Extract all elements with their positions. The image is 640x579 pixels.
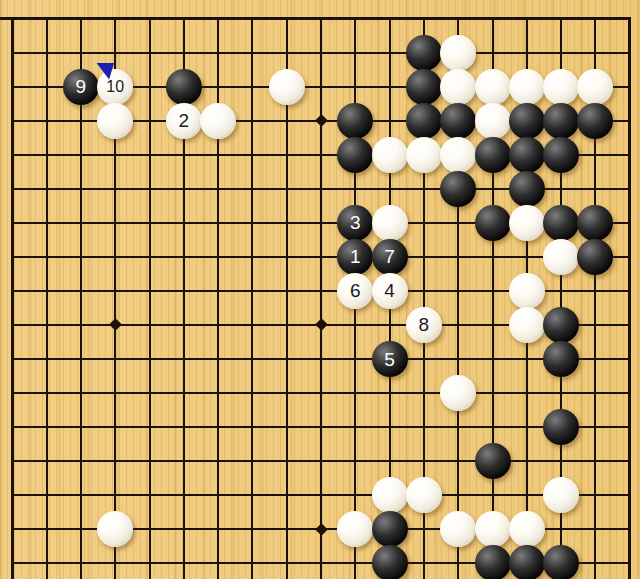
- stone-black[interactable]: [440, 103, 476, 139]
- grid-horizontal-line: [11, 256, 631, 258]
- stone-black[interactable]: [406, 35, 442, 71]
- star-point: [315, 319, 328, 332]
- stone-white[interactable]: [440, 69, 476, 105]
- go-board[interactable]: 91023176485: [0, 0, 640, 579]
- stone-white-move-4[interactable]: 4: [372, 273, 408, 309]
- stone-white[interactable]: [440, 137, 476, 173]
- stone-white-move-6[interactable]: 6: [337, 273, 373, 309]
- stone-white[interactable]: [406, 477, 442, 513]
- stone-black[interactable]: [372, 511, 408, 547]
- stone-white[interactable]: [543, 477, 579, 513]
- stone-black[interactable]: [543, 409, 579, 445]
- stone-black[interactable]: [543, 137, 579, 173]
- stone-white[interactable]: [440, 511, 476, 547]
- move-number-label: 6: [350, 281, 361, 300]
- grid-horizontal-line: [11, 52, 631, 54]
- stone-black[interactable]: [509, 545, 545, 579]
- stone-white[interactable]: [509, 511, 545, 547]
- stone-black[interactable]: [543, 103, 579, 139]
- stone-black-move-3[interactable]: 3: [337, 205, 373, 241]
- move-number-label: 4: [384, 281, 395, 300]
- stone-black-move-9[interactable]: 9: [63, 69, 99, 105]
- grid-horizontal-line: [11, 460, 631, 462]
- stone-white-move-8[interactable]: 8: [406, 307, 442, 343]
- star-point: [315, 114, 328, 127]
- stone-black[interactable]: [543, 307, 579, 343]
- stone-white-move-10[interactable]: 10: [97, 69, 133, 105]
- stone-white[interactable]: [509, 69, 545, 105]
- stone-white[interactable]: [475, 69, 511, 105]
- stone-black[interactable]: [475, 545, 511, 579]
- stone-black[interactable]: [406, 69, 442, 105]
- stone-white[interactable]: [543, 69, 579, 105]
- stone-black[interactable]: [372, 545, 408, 579]
- move-number-label: 3: [350, 213, 361, 232]
- stone-white[interactable]: [475, 103, 511, 139]
- stone-black[interactable]: [440, 171, 476, 207]
- stone-white[interactable]: [337, 511, 373, 547]
- grid-horizontal-line: [11, 494, 631, 496]
- move-number-label: 1: [350, 247, 361, 266]
- stone-white[interactable]: [372, 137, 408, 173]
- move-number-label: 9: [76, 77, 87, 96]
- stone-black[interactable]: [509, 137, 545, 173]
- stone-black[interactable]: [337, 103, 373, 139]
- stone-black[interactable]: [406, 103, 442, 139]
- stone-white[interactable]: [440, 375, 476, 411]
- stone-black[interactable]: [166, 69, 202, 105]
- stone-black[interactable]: [337, 137, 373, 173]
- grid-horizontal-line: [11, 358, 631, 360]
- move-number-label: 7: [384, 247, 395, 266]
- stone-black[interactable]: [475, 205, 511, 241]
- stone-black[interactable]: [543, 341, 579, 377]
- stone-black[interactable]: [577, 103, 613, 139]
- stone-white[interactable]: [577, 69, 613, 105]
- stone-white[interactable]: [97, 511, 133, 547]
- stone-black[interactable]: [475, 137, 511, 173]
- stone-white-move-2[interactable]: 2: [166, 103, 202, 139]
- move-number-label: 2: [179, 111, 190, 130]
- stone-white[interactable]: [509, 273, 545, 309]
- move-number-label: 10: [106, 79, 124, 95]
- stone-white[interactable]: [475, 511, 511, 547]
- move-number-label: 8: [419, 315, 430, 334]
- move-number-label: 5: [384, 350, 395, 369]
- stone-black[interactable]: [543, 205, 579, 241]
- stone-black[interactable]: [543, 545, 579, 579]
- stone-white[interactable]: [200, 103, 236, 139]
- stone-white[interactable]: [509, 307, 545, 343]
- grid-horizontal-line: [0, 17, 631, 20]
- stone-black[interactable]: [577, 205, 613, 241]
- stone-black-move-5[interactable]: 5: [372, 341, 408, 377]
- stone-black-move-1[interactable]: 1: [337, 239, 373, 275]
- stone-white[interactable]: [543, 239, 579, 275]
- star-point: [109, 319, 122, 332]
- stone-white[interactable]: [406, 137, 442, 173]
- stone-white[interactable]: [269, 69, 305, 105]
- stone-black[interactable]: [509, 171, 545, 207]
- stone-white[interactable]: [372, 477, 408, 513]
- star-point: [315, 523, 328, 536]
- stone-black[interactable]: [577, 239, 613, 275]
- stone-white[interactable]: [440, 35, 476, 71]
- stone-white[interactable]: [509, 205, 545, 241]
- stone-black-move-7[interactable]: 7: [372, 239, 408, 275]
- stone-black[interactable]: [475, 443, 511, 479]
- grid-horizontal-line: [11, 426, 631, 428]
- stone-white[interactable]: [372, 205, 408, 241]
- grid-horizontal-line: [11, 392, 631, 394]
- stone-black[interactable]: [509, 103, 545, 139]
- stone-white[interactable]: [97, 103, 133, 139]
